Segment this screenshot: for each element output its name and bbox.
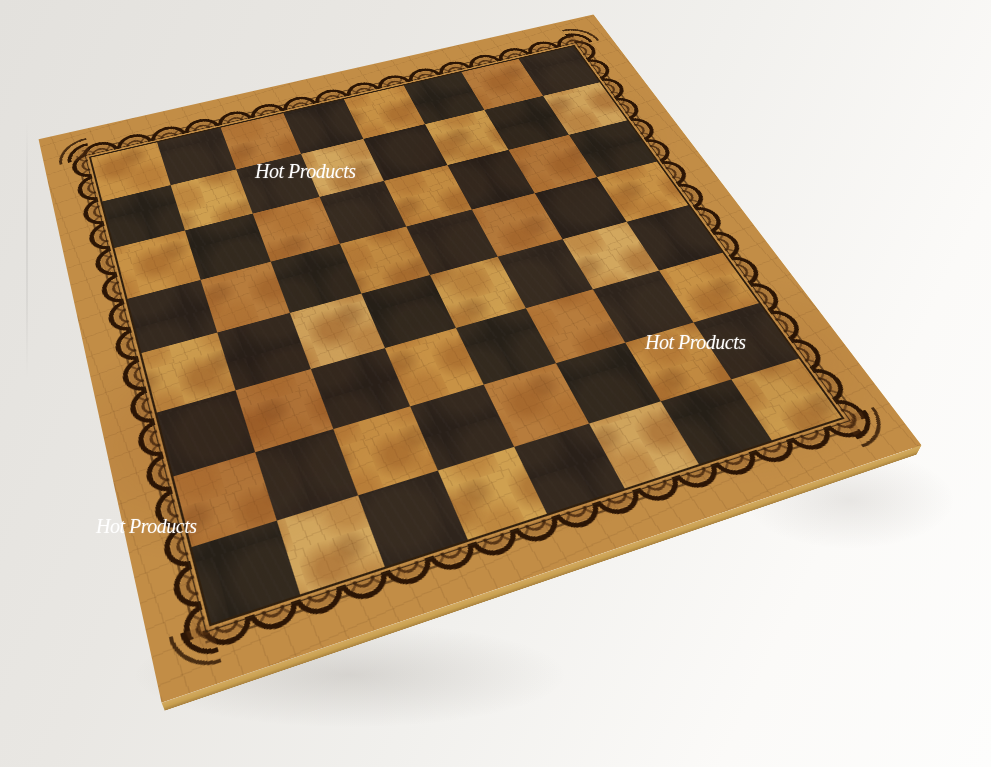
- corner-rosette-icon: [156, 623, 224, 692]
- square-b3: [235, 369, 333, 453]
- square-c1: [358, 470, 467, 567]
- square-f3: [525, 289, 625, 363]
- square-f2: [556, 343, 661, 424]
- chess-board: [39, 14, 922, 702]
- square-g1: [661, 379, 772, 464]
- square-h1: [731, 358, 842, 440]
- corner-rosette-icon: [559, 18, 607, 46]
- square-d1: [437, 446, 547, 539]
- square-f1: [588, 401, 698, 489]
- watermark-1: Hot Products: [255, 160, 355, 183]
- square-b2: [255, 429, 358, 520]
- watermark-3: Hot Products: [96, 515, 196, 538]
- corner-rosette-icon: [45, 133, 91, 167]
- square-a4: [142, 333, 235, 412]
- photo-stage: Hot Products Hot Products Hot Products: [0, 0, 991, 767]
- backdrop-seam: [26, 120, 28, 380]
- square-e1: [514, 423, 624, 513]
- square-a1: [192, 520, 300, 623]
- square-c3: [311, 348, 410, 429]
- square-c2: [333, 406, 437, 494]
- square-e3: [456, 308, 556, 385]
- corner-rosette-icon: [841, 404, 911, 456]
- square-d4: [361, 275, 456, 348]
- watermark-2: Hot Products: [645, 331, 745, 354]
- square-a5: [127, 280, 216, 353]
- square-d2: [410, 385, 514, 471]
- square-d3: [384, 328, 483, 407]
- square-b1: [276, 495, 385, 595]
- square-c4: [290, 294, 384, 369]
- square-a3: [157, 390, 255, 476]
- square-e2: [484, 363, 589, 446]
- square-b4: [217, 313, 311, 390]
